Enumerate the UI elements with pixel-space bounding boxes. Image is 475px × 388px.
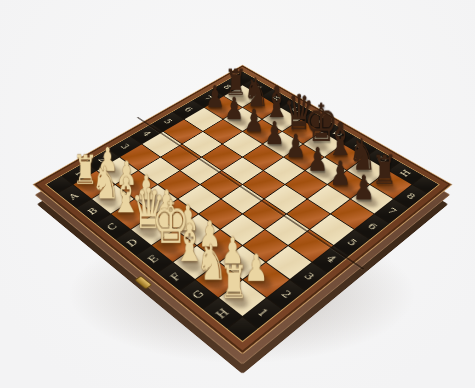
coordinate-label: C xyxy=(106,221,120,231)
piece-black-pawn-e7[interactable]: ♟ xyxy=(285,131,307,163)
piece-white-rook-h1[interactable]: ♜ xyxy=(219,260,245,306)
coordinate-label: 5 xyxy=(345,238,358,248)
chess-set-photo: ABCDEFGH8♜♞♝♛♚♝♞♜87♟♟♟♟♟♟♟♟7665544332♟♟♟… xyxy=(0,0,475,388)
piece-white-knight-g1[interactable]: ♞ xyxy=(196,238,221,288)
coordinate-label: 4 xyxy=(141,130,153,137)
coordinate-label: 5 xyxy=(162,118,174,125)
coordinate-label: 8 xyxy=(404,192,417,201)
coordinate-label: 2 xyxy=(279,289,293,300)
coordinate-label: A xyxy=(68,192,81,201)
coordinate-label: F xyxy=(169,271,184,282)
coordinate-label: 6 xyxy=(182,106,194,113)
coordinate-label: B xyxy=(86,206,100,216)
coordinate-label: 4 xyxy=(324,254,338,264)
piece-black-pawn-c7[interactable]: ♟ xyxy=(244,106,265,137)
piece-black-pawn-g7[interactable]: ♟ xyxy=(329,157,352,190)
coordinate-label: H xyxy=(214,307,231,320)
coordinate-label: 3 xyxy=(119,143,131,151)
piece-black-pawn-d7[interactable]: ♟ xyxy=(264,118,286,150)
coordinate-label: D xyxy=(126,237,141,248)
coordinate-label: 6 xyxy=(366,222,379,231)
coordinate-label: 7 xyxy=(385,207,398,216)
piece-black-pawn-h7[interactable]: ♟ xyxy=(352,171,375,205)
coordinate-label: G xyxy=(191,288,207,300)
coordinate-label: 3 xyxy=(302,271,316,282)
coordinate-label: E xyxy=(147,254,162,265)
piece-black-pawn-a7[interactable]: ♟ xyxy=(205,82,226,112)
piece-black-pawn-f7[interactable]: ♟ xyxy=(307,144,329,177)
piece-black-pawn-b7[interactable]: ♟ xyxy=(224,94,245,125)
coordinate-label: H xyxy=(399,168,413,177)
piece-white-bishop-f1[interactable]: ♝ xyxy=(173,218,198,269)
coordinate-label: 1 xyxy=(255,307,270,318)
